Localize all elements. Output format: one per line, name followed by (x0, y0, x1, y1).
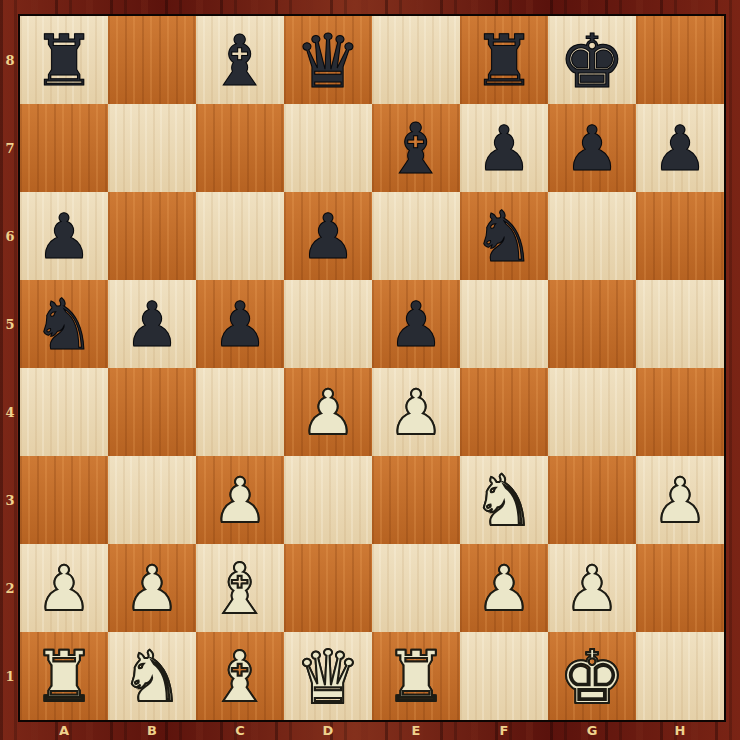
black-pawn[interactable]: ♟ (212, 294, 268, 356)
square-d5[interactable] (284, 280, 372, 368)
file-label-g: G (548, 720, 636, 740)
white-king[interactable]: ♚ (559, 640, 625, 714)
square-g1[interactable]: ♚ (548, 632, 636, 720)
chess-board: ♜♝♛♜♚♝♟♟♟♟♟♞♞♟♟♟♟♟♟♞♟♟♟♝♟♟♜♞♝♛♜♚ (20, 16, 724, 720)
square-d2[interactable] (284, 544, 372, 632)
square-g2[interactable]: ♟ (548, 544, 636, 632)
square-g3[interactable] (548, 456, 636, 544)
rank-label-3: 3 (0, 456, 20, 544)
file-label-c: C (196, 720, 284, 740)
black-pawn[interactable]: ♟ (476, 118, 532, 180)
square-d4[interactable]: ♟ (284, 368, 372, 456)
white-rook[interactable]: ♜ (385, 642, 448, 712)
square-h4[interactable] (636, 368, 724, 456)
square-c5[interactable]: ♟ (196, 280, 284, 368)
black-pawn[interactable]: ♟ (300, 206, 356, 268)
chess-board-frame: ♜♝♛♜♚♝♟♟♟♟♟♞♞♟♟♟♟♟♟♞♟♟♟♝♟♟♜♞♝♛♜♚ 8765432… (0, 0, 740, 740)
square-c3[interactable]: ♟ (196, 456, 284, 544)
white-rook[interactable]: ♜ (33, 642, 96, 712)
black-knight[interactable]: ♞ (473, 202, 536, 272)
black-bishop[interactable]: ♝ (209, 26, 272, 96)
black-pawn[interactable]: ♟ (652, 118, 708, 180)
square-e1[interactable]: ♜ (372, 632, 460, 720)
black-pawn[interactable]: ♟ (388, 294, 444, 356)
square-f1[interactable] (460, 632, 548, 720)
square-a3[interactable] (20, 456, 108, 544)
square-g5[interactable] (548, 280, 636, 368)
square-a7[interactable] (20, 104, 108, 192)
square-f8[interactable]: ♜ (460, 16, 548, 104)
square-h5[interactable] (636, 280, 724, 368)
black-knight[interactable]: ♞ (33, 290, 96, 360)
square-c1[interactable]: ♝ (196, 632, 284, 720)
square-h8[interactable] (636, 16, 724, 104)
square-d8[interactable]: ♛ (284, 16, 372, 104)
black-king[interactable]: ♚ (559, 24, 625, 98)
black-bishop[interactable]: ♝ (385, 114, 448, 184)
black-rook[interactable]: ♜ (33, 26, 96, 96)
square-b8[interactable] (108, 16, 196, 104)
square-e5[interactable]: ♟ (372, 280, 460, 368)
square-a4[interactable] (20, 368, 108, 456)
rank-label-2: 2 (0, 544, 20, 632)
square-h6[interactable] (636, 192, 724, 280)
square-h2[interactable] (636, 544, 724, 632)
square-a5[interactable]: ♞ (20, 280, 108, 368)
file-label-e: E (372, 720, 460, 740)
white-pawn[interactable]: ♟ (212, 470, 268, 532)
square-a2[interactable]: ♟ (20, 544, 108, 632)
square-e2[interactable] (372, 544, 460, 632)
white-pawn[interactable]: ♟ (476, 558, 532, 620)
square-f5[interactable] (460, 280, 548, 368)
square-f6[interactable]: ♞ (460, 192, 548, 280)
file-label-d: D (284, 720, 372, 740)
square-d7[interactable] (284, 104, 372, 192)
square-d6[interactable]: ♟ (284, 192, 372, 280)
rank-label-1: 1 (0, 632, 20, 720)
square-g6[interactable] (548, 192, 636, 280)
square-h3[interactable]: ♟ (636, 456, 724, 544)
white-pawn[interactable]: ♟ (388, 382, 444, 444)
white-knight[interactable]: ♞ (121, 642, 184, 712)
square-d1[interactable]: ♛ (284, 632, 372, 720)
white-knight[interactable]: ♞ (473, 466, 536, 536)
rank-label-5: 5 (0, 280, 20, 368)
square-f7[interactable]: ♟ (460, 104, 548, 192)
square-b6[interactable] (108, 192, 196, 280)
square-b5[interactable]: ♟ (108, 280, 196, 368)
square-b2[interactable]: ♟ (108, 544, 196, 632)
white-bishop[interactable]: ♝ (209, 554, 272, 624)
black-pawn[interactable]: ♟ (124, 294, 180, 356)
square-b4[interactable] (108, 368, 196, 456)
square-b1[interactable]: ♞ (108, 632, 196, 720)
square-g7[interactable]: ♟ (548, 104, 636, 192)
rank-label-8: 8 (0, 16, 20, 104)
square-h7[interactable]: ♟ (636, 104, 724, 192)
file-label-f: F (460, 720, 548, 740)
square-f3[interactable]: ♞ (460, 456, 548, 544)
file-labels: ABCDEFGH (20, 720, 724, 740)
square-c4[interactable] (196, 368, 284, 456)
white-pawn[interactable]: ♟ (652, 470, 708, 532)
square-a8[interactable]: ♜ (20, 16, 108, 104)
square-a6[interactable]: ♟ (20, 192, 108, 280)
square-h1[interactable] (636, 632, 724, 720)
file-label-b: B (108, 720, 196, 740)
black-queen[interactable]: ♛ (295, 24, 361, 98)
white-pawn[interactable]: ♟ (564, 558, 620, 620)
square-e8[interactable] (372, 16, 460, 104)
file-label-a: A (20, 720, 108, 740)
square-e3[interactable] (372, 456, 460, 544)
square-c2[interactable]: ♝ (196, 544, 284, 632)
file-label-h: H (636, 720, 724, 740)
black-pawn[interactable]: ♟ (564, 118, 620, 180)
square-d3[interactable] (284, 456, 372, 544)
square-a1[interactable]: ♜ (20, 632, 108, 720)
rank-labels: 87654321 (0, 16, 20, 720)
white-queen[interactable]: ♛ (295, 640, 361, 714)
square-e4[interactable]: ♟ (372, 368, 460, 456)
square-b3[interactable] (108, 456, 196, 544)
square-c6[interactable] (196, 192, 284, 280)
square-b7[interactable] (108, 104, 196, 192)
rank-label-6: 6 (0, 192, 20, 280)
rank-label-7: 7 (0, 104, 20, 192)
square-c7[interactable] (196, 104, 284, 192)
black-rook[interactable]: ♜ (473, 26, 536, 96)
white-bishop[interactable]: ♝ (209, 642, 272, 712)
black-pawn[interactable]: ♟ (36, 206, 92, 268)
square-f4[interactable] (460, 368, 548, 456)
square-f2[interactable]: ♟ (460, 544, 548, 632)
white-pawn[interactable]: ♟ (300, 382, 356, 444)
rank-label-4: 4 (0, 368, 20, 456)
square-e7[interactable]: ♝ (372, 104, 460, 192)
square-e6[interactable] (372, 192, 460, 280)
white-pawn[interactable]: ♟ (124, 558, 180, 620)
square-g8[interactable]: ♚ (548, 16, 636, 104)
square-g4[interactable] (548, 368, 636, 456)
white-pawn[interactable]: ♟ (36, 558, 92, 620)
square-c8[interactable]: ♝ (196, 16, 284, 104)
